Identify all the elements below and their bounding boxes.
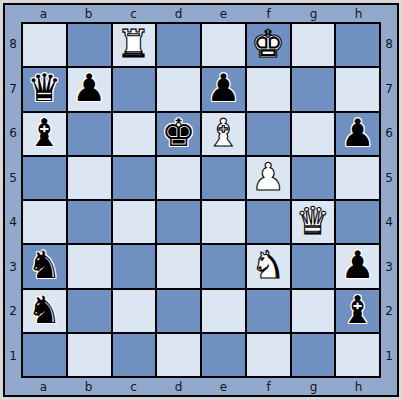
square-f5[interactable]: ♟ <box>247 157 290 199</box>
square-e1[interactable] <box>202 334 245 376</box>
square-b3[interactable] <box>68 245 111 287</box>
board-frame: abcdefgh 87654321 ♜♚♛♟♟♝♚♝♟♟♛♞♞♟♞♝ 87654… <box>3 3 399 397</box>
piece-black-pawn[interactable]: ♟ <box>72 69 106 107</box>
square-f1[interactable] <box>247 334 290 376</box>
square-a7[interactable]: ♛ <box>23 68 66 110</box>
square-h1[interactable] <box>336 334 379 376</box>
square-g3[interactable] <box>292 245 335 287</box>
square-a2[interactable]: ♞ <box>23 290 66 332</box>
piece-black-king[interactable]: ♚ <box>162 114 196 152</box>
square-c5[interactable] <box>113 157 156 199</box>
rank-label-4: 4 <box>9 216 17 228</box>
square-g7[interactable] <box>292 68 335 110</box>
square-d2[interactable] <box>157 290 200 332</box>
piece-white-rook[interactable]: ♜ <box>117 25 151 63</box>
rank-labels-left: 87654321 <box>5 22 21 378</box>
piece-white-king[interactable]: ♚ <box>251 25 285 63</box>
rank-label-2: 2 <box>385 305 393 317</box>
file-label-e: e <box>201 8 246 20</box>
rank-label-7: 7 <box>9 83 17 95</box>
rank-label-2: 2 <box>9 305 17 317</box>
square-h2[interactable]: ♝ <box>336 290 379 332</box>
piece-black-pawn[interactable]: ♟ <box>206 69 240 107</box>
rank-label-5: 5 <box>385 172 393 184</box>
file-label-d: d <box>156 381 201 393</box>
piece-black-queen[interactable]: ♛ <box>27 69 61 107</box>
square-d5[interactable] <box>157 157 200 199</box>
square-c3[interactable] <box>113 245 156 287</box>
piece-white-pawn[interactable]: ♟ <box>251 158 285 196</box>
rank-label-6: 6 <box>9 127 17 139</box>
square-d6[interactable]: ♚ <box>157 113 200 155</box>
rank-label-8: 8 <box>9 38 17 50</box>
file-label-e: e <box>201 381 246 393</box>
square-f3[interactable]: ♞ <box>247 245 290 287</box>
square-e6[interactable]: ♝ <box>202 113 245 155</box>
file-label-b: b <box>66 381 111 393</box>
file-label-c: c <box>111 8 156 20</box>
square-g2[interactable] <box>292 290 335 332</box>
square-b7[interactable]: ♟ <box>68 68 111 110</box>
square-c7[interactable] <box>113 68 156 110</box>
square-d7[interactable] <box>157 68 200 110</box>
square-f2[interactable] <box>247 290 290 332</box>
square-b5[interactable] <box>68 157 111 199</box>
square-c8[interactable]: ♜ <box>113 24 156 66</box>
square-h5[interactable] <box>336 157 379 199</box>
square-a3[interactable]: ♞ <box>23 245 66 287</box>
file-label-f: f <box>246 8 291 20</box>
piece-white-queen[interactable]: ♛ <box>296 202 330 240</box>
square-e7[interactable]: ♟ <box>202 68 245 110</box>
file-label-g: g <box>291 8 336 20</box>
square-d4[interactable] <box>157 201 200 243</box>
rank-label-3: 3 <box>9 261 17 273</box>
square-f4[interactable] <box>247 201 290 243</box>
square-e3[interactable] <box>202 245 245 287</box>
file-label-a: a <box>21 8 66 20</box>
file-label-d: d <box>156 8 201 20</box>
piece-black-pawn[interactable]: ♟ <box>341 114 375 152</box>
piece-white-bishop[interactable]: ♝ <box>206 114 240 152</box>
rank-label-1: 1 <box>385 350 393 362</box>
square-a4[interactable] <box>23 201 66 243</box>
square-d3[interactable] <box>157 245 200 287</box>
rank-label-5: 5 <box>9 172 17 184</box>
square-h8[interactable] <box>336 24 379 66</box>
square-b8[interactable] <box>68 24 111 66</box>
piece-black-knight[interactable]: ♞ <box>27 246 61 284</box>
board-grid: ♜♚♛♟♟♝♚♝♟♟♛♞♞♟♞♝ <box>21 22 381 378</box>
piece-white-knight[interactable]: ♞ <box>251 246 285 284</box>
square-h7[interactable] <box>336 68 379 110</box>
piece-black-knight[interactable]: ♞ <box>27 291 61 329</box>
file-label-f: f <box>246 381 291 393</box>
square-f6[interactable] <box>247 113 290 155</box>
square-e4[interactable] <box>202 201 245 243</box>
square-e8[interactable] <box>202 24 245 66</box>
square-b1[interactable] <box>68 334 111 376</box>
square-a6[interactable]: ♝ <box>23 113 66 155</box>
piece-black-bishop[interactable]: ♝ <box>341 291 375 329</box>
square-c6[interactable] <box>113 113 156 155</box>
rank-label-4: 4 <box>385 216 393 228</box>
file-label-b: b <box>66 8 111 20</box>
file-label-h: h <box>336 8 381 20</box>
rank-labels-right: 87654321 <box>381 22 397 378</box>
square-b6[interactable] <box>68 113 111 155</box>
file-label-g: g <box>291 381 336 393</box>
chess-diagram: abcdefgh 87654321 ♜♚♛♟♟♝♚♝♟♟♛♞♞♟♞♝ 87654… <box>0 0 402 400</box>
square-b2[interactable] <box>68 290 111 332</box>
square-e5[interactable] <box>202 157 245 199</box>
square-d8[interactable] <box>157 24 200 66</box>
square-h4[interactable] <box>336 201 379 243</box>
file-label-c: c <box>111 381 156 393</box>
square-a1[interactable] <box>23 334 66 376</box>
file-labels-top: abcdefgh <box>21 5 381 22</box>
rank-label-1: 1 <box>9 350 17 362</box>
square-g4[interactable]: ♛ <box>292 201 335 243</box>
square-e2[interactable] <box>202 290 245 332</box>
square-g8[interactable] <box>292 24 335 66</box>
piece-black-pawn[interactable]: ♟ <box>341 246 375 284</box>
rank-label-6: 6 <box>385 127 393 139</box>
file-labels-bottom: abcdefgh <box>21 378 381 395</box>
square-h6[interactable]: ♟ <box>336 113 379 155</box>
square-d1[interactable] <box>157 334 200 376</box>
rank-label-3: 3 <box>385 261 393 273</box>
rank-label-7: 7 <box>385 83 393 95</box>
square-a5[interactable] <box>23 157 66 199</box>
file-label-a: a <box>21 381 66 393</box>
square-a8[interactable] <box>23 24 66 66</box>
square-g5[interactable] <box>292 157 335 199</box>
rank-label-8: 8 <box>385 38 393 50</box>
square-f8[interactable]: ♚ <box>247 24 290 66</box>
square-g1[interactable] <box>292 334 335 376</box>
square-f7[interactable] <box>247 68 290 110</box>
square-c4[interactable] <box>113 201 156 243</box>
square-h3[interactable]: ♟ <box>336 245 379 287</box>
square-g6[interactable] <box>292 113 335 155</box>
file-label-h: h <box>336 381 381 393</box>
square-b4[interactable] <box>68 201 111 243</box>
square-c1[interactable] <box>113 334 156 376</box>
piece-black-bishop[interactable]: ♝ <box>27 114 61 152</box>
square-c2[interactable] <box>113 290 156 332</box>
